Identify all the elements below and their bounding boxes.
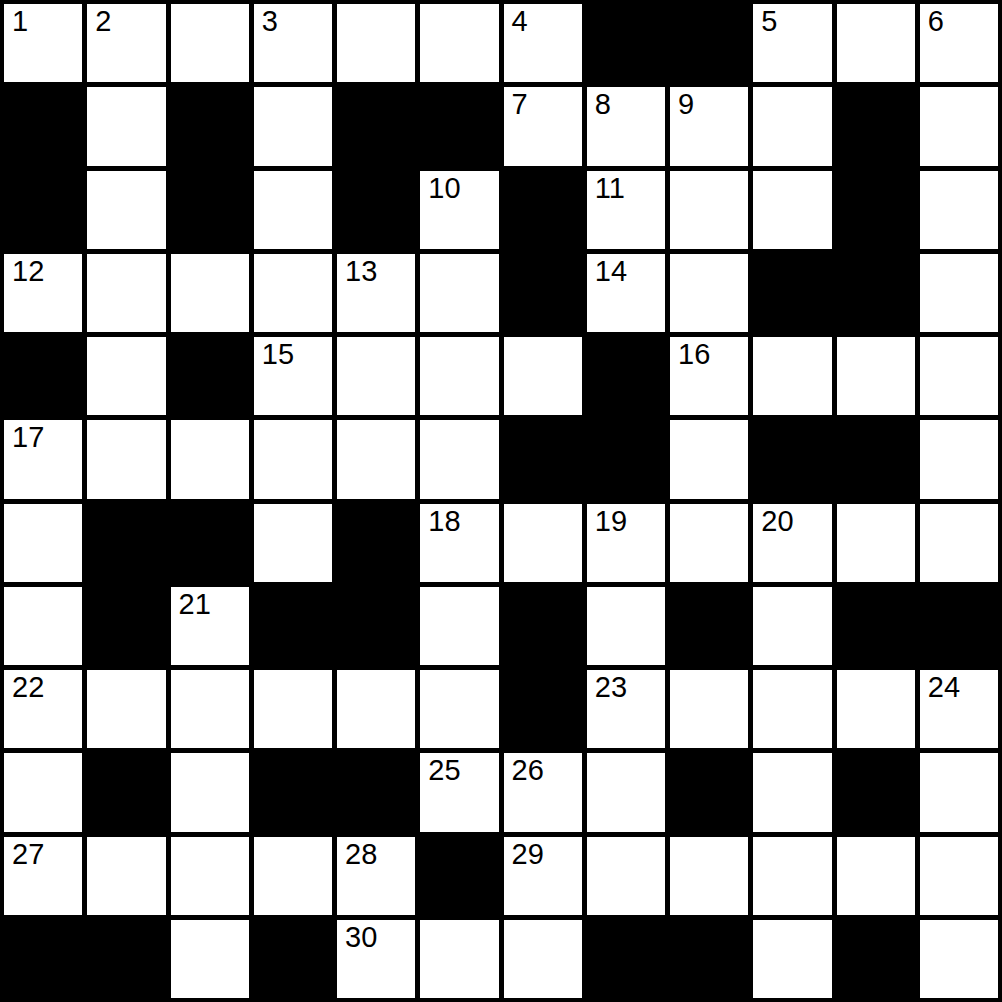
white-cell[interactable]: 16	[670, 337, 748, 415]
block-cell	[4, 87, 82, 165]
white-cell[interactable]: 28	[337, 837, 415, 915]
block-cell	[670, 587, 748, 665]
white-cell[interactable]	[504, 920, 582, 998]
white-cell[interactable]	[420, 337, 498, 415]
block-cell	[171, 337, 249, 415]
white-cell[interactable]	[420, 920, 498, 998]
white-cell[interactable]	[753, 753, 831, 831]
clue-number: 1	[12, 7, 28, 36]
block-cell	[87, 920, 165, 998]
white-cell[interactable]: 15	[254, 337, 332, 415]
white-cell[interactable]	[87, 87, 165, 165]
white-cell[interactable]: 11	[587, 171, 665, 249]
white-cell[interactable]: 27	[4, 837, 82, 915]
block-cell	[337, 504, 415, 582]
white-cell[interactable]	[504, 504, 582, 582]
white-cell[interactable]	[753, 587, 831, 665]
white-cell[interactable]	[4, 753, 82, 831]
white-cell[interactable]: 14	[587, 254, 665, 332]
white-cell[interactable]	[670, 254, 748, 332]
white-cell[interactable]	[753, 670, 831, 748]
block-cell	[670, 4, 748, 82]
clue-number: 23	[595, 673, 627, 702]
white-cell[interactable]	[670, 420, 748, 498]
clue-number: 10	[428, 174, 460, 203]
block-cell	[87, 587, 165, 665]
white-cell[interactable]	[753, 920, 831, 998]
white-cell[interactable]	[920, 254, 998, 332]
block-cell	[4, 171, 82, 249]
white-cell[interactable]	[587, 753, 665, 831]
block-cell	[753, 254, 831, 332]
white-cell[interactable]: 4	[504, 4, 582, 82]
white-cell[interactable]	[254, 171, 332, 249]
white-cell[interactable]	[254, 254, 332, 332]
clue-number: 14	[595, 257, 627, 286]
clue-number: 17	[12, 423, 44, 452]
block-cell	[837, 920, 915, 998]
block-cell	[753, 420, 831, 498]
white-cell[interactable]	[420, 254, 498, 332]
white-cell[interactable]: 3	[254, 4, 332, 82]
white-cell[interactable]: 6	[920, 4, 998, 82]
white-cell[interactable]: 22	[4, 670, 82, 748]
clue-number: 9	[678, 90, 694, 119]
white-cell[interactable]: 12	[4, 254, 82, 332]
white-cell[interactable]	[171, 837, 249, 915]
clue-number: 19	[595, 507, 627, 536]
white-cell[interactable]: 26	[504, 753, 582, 831]
white-cell[interactable]	[87, 337, 165, 415]
white-cell[interactable]	[837, 337, 915, 415]
block-cell	[670, 753, 748, 831]
block-cell	[837, 254, 915, 332]
white-cell[interactable]	[420, 587, 498, 665]
white-cell[interactable]	[587, 587, 665, 665]
white-cell[interactable]: 10	[420, 171, 498, 249]
block-cell	[587, 920, 665, 998]
white-cell[interactable]	[837, 837, 915, 915]
white-cell[interactable]	[254, 670, 332, 748]
clue-number: 13	[345, 257, 377, 286]
white-cell[interactable]	[171, 4, 249, 82]
white-cell[interactable]	[753, 171, 831, 249]
white-cell[interactable]	[87, 837, 165, 915]
block-cell	[504, 587, 582, 665]
clue-number: 6	[928, 7, 944, 36]
clue-number: 24	[928, 673, 960, 702]
white-cell[interactable]	[171, 254, 249, 332]
white-cell[interactable]	[254, 504, 332, 582]
white-cell[interactable]: 19	[587, 504, 665, 582]
white-cell[interactable]: 25	[420, 753, 498, 831]
white-cell[interactable]	[670, 670, 748, 748]
white-cell[interactable]	[87, 171, 165, 249]
block-cell	[837, 87, 915, 165]
clue-number: 18	[428, 507, 460, 536]
clue-number: 16	[678, 340, 710, 369]
block-cell	[420, 837, 498, 915]
white-cell[interactable]: 5	[753, 4, 831, 82]
clue-number: 30	[345, 923, 377, 952]
white-cell[interactable]	[920, 504, 998, 582]
block-cell	[587, 420, 665, 498]
block-cell	[337, 753, 415, 831]
white-cell[interactable]	[420, 4, 498, 82]
clue-number: 27	[12, 840, 44, 869]
white-cell[interactable]	[920, 337, 998, 415]
clue-number: 2	[95, 7, 111, 36]
block-cell	[670, 920, 748, 998]
block-cell	[4, 920, 82, 998]
white-cell[interactable]	[254, 87, 332, 165]
block-cell	[920, 587, 998, 665]
white-cell[interactable]	[4, 504, 82, 582]
white-cell[interactable]: 24	[920, 670, 998, 748]
block-cell	[254, 587, 332, 665]
white-cell[interactable]	[753, 837, 831, 915]
clue-number: 22	[12, 673, 44, 702]
white-cell[interactable]	[670, 504, 748, 582]
white-cell[interactable]: 1	[4, 4, 82, 82]
white-cell[interactable]	[87, 254, 165, 332]
white-cell[interactable]	[171, 420, 249, 498]
white-cell[interactable]	[920, 87, 998, 165]
clue-number: 28	[345, 840, 377, 869]
clue-number: 8	[595, 90, 611, 119]
clue-number: 26	[512, 756, 544, 785]
white-cell[interactable]	[337, 670, 415, 748]
block-cell	[837, 420, 915, 498]
block-cell	[504, 254, 582, 332]
white-cell[interactable]: 29	[504, 837, 582, 915]
block-cell	[254, 753, 332, 831]
white-cell[interactable]: 30	[337, 920, 415, 998]
block-cell	[4, 337, 82, 415]
white-cell[interactable]	[337, 420, 415, 498]
white-cell[interactable]	[420, 420, 498, 498]
block-cell	[87, 504, 165, 582]
clue-number: 3	[262, 7, 278, 36]
white-cell[interactable]	[753, 337, 831, 415]
white-cell[interactable]	[920, 171, 998, 249]
white-cell[interactable]	[920, 420, 998, 498]
white-cell[interactable]	[837, 504, 915, 582]
white-cell[interactable]	[171, 920, 249, 998]
white-cell[interactable]	[337, 337, 415, 415]
white-cell[interactable]: 23	[587, 670, 665, 748]
block-cell	[171, 87, 249, 165]
block-cell	[837, 171, 915, 249]
clue-number: 29	[512, 840, 544, 869]
white-cell[interactable]: 20	[753, 504, 831, 582]
white-cell[interactable]	[920, 920, 998, 998]
white-cell[interactable]: 7	[504, 87, 582, 165]
block-cell	[420, 87, 498, 165]
white-cell[interactable]: 9	[670, 87, 748, 165]
clue-number: 21	[179, 590, 211, 619]
clue-number: 5	[761, 7, 777, 36]
block-cell	[87, 753, 165, 831]
white-cell[interactable]	[587, 837, 665, 915]
block-cell	[837, 753, 915, 831]
block-cell	[254, 920, 332, 998]
clue-number: 12	[12, 257, 44, 286]
white-cell[interactable]	[504, 337, 582, 415]
clue-number: 20	[761, 507, 793, 536]
block-cell	[171, 504, 249, 582]
white-cell[interactable]	[337, 4, 415, 82]
block-cell	[587, 4, 665, 82]
block-cell	[171, 171, 249, 249]
block-cell	[504, 171, 582, 249]
white-cell[interactable]	[4, 587, 82, 665]
crossword-board: 1234567891011121314151617181920212223242…	[0, 0, 1002, 1002]
clue-number: 7	[512, 90, 528, 119]
white-cell[interactable]	[87, 420, 165, 498]
clue-number: 25	[428, 756, 460, 785]
white-cell[interactable]	[920, 753, 998, 831]
block-cell	[504, 670, 582, 748]
clue-number: 11	[595, 174, 625, 203]
clue-number: 4	[512, 7, 528, 36]
white-cell[interactable]: 13	[337, 254, 415, 332]
white-cell[interactable]	[254, 837, 332, 915]
white-cell[interactable]	[920, 837, 998, 915]
block-cell	[337, 87, 415, 165]
white-cell[interactable]	[87, 670, 165, 748]
clue-number: 15	[262, 340, 294, 369]
white-cell[interactable]	[837, 4, 915, 82]
white-cell[interactable]: 21	[171, 587, 249, 665]
white-cell[interactable]	[171, 753, 249, 831]
white-cell[interactable]: 2	[87, 4, 165, 82]
white-cell[interactable]	[420, 670, 498, 748]
block-cell	[837, 587, 915, 665]
white-cell[interactable]	[670, 171, 748, 249]
white-cell[interactable]: 18	[420, 504, 498, 582]
block-cell	[337, 171, 415, 249]
white-cell[interactable]	[837, 670, 915, 748]
white-cell[interactable]	[670, 837, 748, 915]
white-cell[interactable]: 8	[587, 87, 665, 165]
white-cell[interactable]: 17	[4, 420, 82, 498]
block-cell	[587, 337, 665, 415]
white-cell[interactable]	[171, 670, 249, 748]
block-cell	[337, 587, 415, 665]
block-cell	[504, 420, 582, 498]
white-cell[interactable]	[753, 87, 831, 165]
white-cell[interactable]	[254, 420, 332, 498]
